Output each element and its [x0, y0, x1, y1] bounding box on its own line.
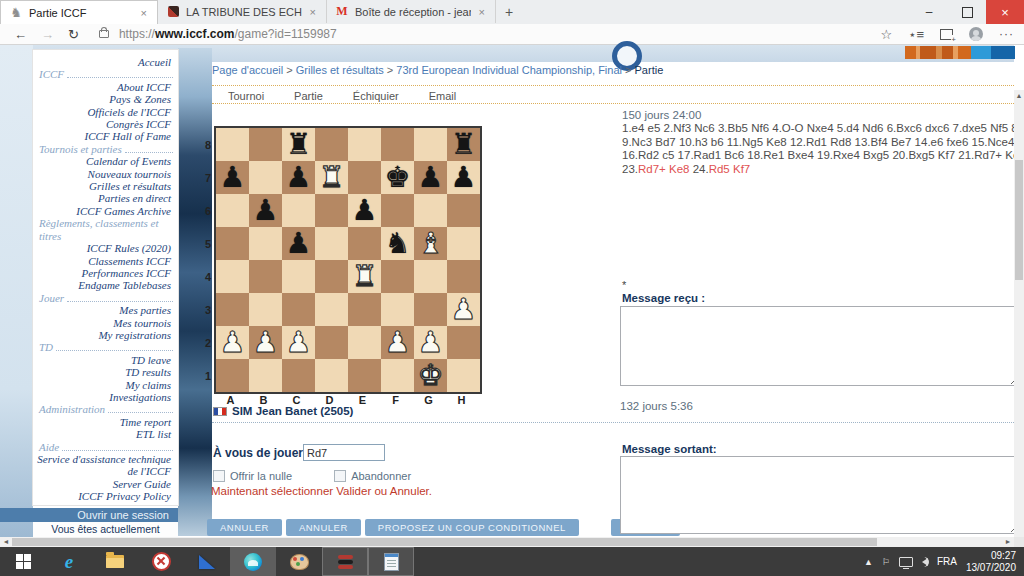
player-info: SIM Jean Banet (2505): [213, 405, 353, 417]
action-button[interactable]: ANNULER: [286, 519, 361, 536]
square-f4[interactable]: [381, 260, 414, 293]
square-e3[interactable]: [348, 293, 381, 326]
sidebar-item[interactable]: ICCF Games Archive: [33, 205, 178, 217]
square-e2[interactable]: [348, 326, 381, 359]
action-button[interactable]: ANNULER: [207, 519, 282, 536]
tray-expand-icon[interactable]: ▲: [864, 557, 873, 567]
tribune-favicon: [166, 5, 180, 19]
tray-date: 13/07/2020: [966, 562, 1016, 573]
tab-tribune[interactable]: LA TRIBUNE DES ECHECS - Porta ×: [158, 0, 327, 23]
square-f5[interactable]: ♞: [381, 227, 414, 260]
square-h3[interactable]: ♟: [447, 293, 480, 326]
forward-icon[interactable]: →: [41, 27, 54, 42]
game-tab[interactable]: Partie: [294, 90, 323, 102]
sidebar-item[interactable]: TD leave: [33, 354, 178, 366]
sidebar-item[interactable]: Mes parties: [33, 304, 178, 316]
square-d5[interactable]: [315, 227, 348, 260]
sidebar-item[interactable]: Calendar of Events: [33, 155, 178, 167]
sidebar-item[interactable]: Classements ICCF: [33, 255, 178, 267]
minimize-button[interactable]: –: [910, 0, 948, 24]
flag-status-icon[interactable]: ⚐: [882, 557, 890, 567]
move-list: 1.e4 e5 2.Nf3 Nc6 3.Bb5 Nf6 4.O-O Nxe4 5…: [622, 122, 1014, 178]
square-f6[interactable]: [381, 194, 414, 227]
square-g3[interactable]: [414, 293, 447, 326]
square-e4[interactable]: ♜: [348, 260, 381, 293]
square-g1[interactable]: ♚: [414, 359, 447, 392]
square-e1[interactable]: [348, 359, 381, 392]
square-c6[interactable]: [282, 194, 315, 227]
star-note: *: [622, 279, 626, 291]
black-pawn[interactable]: ♟: [253, 194, 279, 227]
black-pawn[interactable]: ♟: [286, 161, 312, 194]
square-h4[interactable]: [447, 260, 480, 293]
rank-label: 5: [199, 227, 211, 260]
player-clock: 132 jours 5:36: [620, 400, 693, 412]
square-d1[interactable]: [315, 359, 348, 392]
sidebar-item[interactable]: My registrations: [33, 329, 178, 341]
rank-label: 6: [199, 194, 211, 227]
square-f2[interactable]: ♟: [381, 326, 414, 359]
lock-icon: [99, 30, 109, 38]
square-b2[interactable]: ♟: [249, 326, 282, 359]
file-explorer-icon[interactable]: [92, 547, 138, 576]
white-bishop[interactable]: ♝: [418, 227, 444, 260]
player-name: SIM Jean Banet (2505): [232, 405, 353, 417]
square-e5[interactable]: [348, 227, 381, 260]
message-outgoing-label: Message sortant:: [622, 443, 717, 455]
offer-draw-checkbox[interactable]: Offrir la nulle: [213, 470, 292, 482]
internet-explorer-icon[interactable]: e: [46, 547, 92, 576]
chess-knight-favicon: ♞: [9, 6, 23, 20]
vertical-scroll-thumb[interactable]: [1015, 160, 1023, 280]
tab-close-icon[interactable]: ×: [477, 6, 487, 18]
black-pawn[interactable]: ♟: [451, 161, 477, 194]
scrollbar-corner: [1014, 537, 1024, 547]
square-d3[interactable]: [315, 293, 348, 326]
rank-label: 8: [199, 128, 211, 161]
taskbar-clock[interactable]: 09:27 13/07/2020: [966, 550, 1016, 574]
sidebar-item[interactable]: Time report: [33, 416, 178, 428]
window-controls: – ×: [910, 0, 1024, 24]
tab-close-icon[interactable]: ×: [139, 7, 149, 19]
sidebar-item[interactable]: ICCF Hall of Fame: [33, 130, 178, 142]
square-c2[interactable]: ♟: [282, 326, 315, 359]
favorites-list-icon[interactable]: ⋆≡: [908, 27, 924, 42]
tab-title: LA TRIBUNE DES ECHECS - Porta: [186, 6, 302, 18]
square-b5[interactable]: [249, 227, 282, 260]
sidebar-nav: Accueil ICCF About ICCF Pays & Zones Off…: [33, 50, 178, 505]
network-icon[interactable]: [899, 557, 913, 567]
scroll-up-icon[interactable]: ▲: [1014, 90, 1024, 102]
square-a7[interactable]: ♟: [216, 161, 249, 194]
navbar-right-icons: ☆ ⋆≡ ···: [881, 24, 1014, 44]
horizontal-scroll-thumb[interactable]: [12, 538, 877, 546]
windows-logo-icon: [16, 554, 31, 569]
open-session-bar[interactable]: Ouvrir une session: [0, 508, 178, 522]
chess-board: ♜♜♟♟♜♚♟♟♟♟♟♞♝♜♟♟♟♟♟♟♚: [214, 126, 482, 394]
separator-dotted-top: [212, 85, 1014, 86]
square-a1[interactable]: [216, 359, 249, 392]
sidebar-item[interactable]: Congrès ICCF: [33, 118, 178, 130]
sidebar-item[interactable]: Performances ICCF: [33, 267, 178, 279]
sidebar-item[interactable]: Jouer: [33, 292, 178, 304]
rank-label: 7: [199, 161, 211, 194]
sidebar-item[interactable]: Service d'assistance technique de l'ICCF: [33, 453, 178, 478]
message-received-label: Message reçu :: [622, 292, 705, 304]
favorite-star-icon[interactable]: ☆: [881, 27, 893, 42]
square-g4[interactable]: [414, 260, 447, 293]
your-move-label: À vous de jouer:: [213, 446, 307, 460]
white-pawn[interactable]: ♟: [220, 326, 246, 359]
square-b1[interactable]: [249, 359, 282, 392]
square-e7[interactable]: [348, 161, 381, 194]
refresh-icon[interactable]: ↻: [68, 27, 79, 42]
resign-checkbox[interactable]: Abandonner: [334, 470, 411, 482]
france-flag-icon: [213, 407, 227, 416]
square-d6[interactable]: [315, 194, 348, 227]
square-b4[interactable]: [249, 260, 282, 293]
tray-time: 09:27: [991, 550, 1016, 561]
square-g8[interactable]: [414, 128, 447, 161]
sidebar-item[interactable]: ICCF Rules (2020): [33, 242, 178, 254]
black-pawn[interactable]: ♟: [220, 161, 246, 194]
square-c3[interactable]: [282, 293, 315, 326]
new-tab-button[interactable]: +: [496, 0, 522, 24]
black-knight[interactable]: ♞: [385, 227, 411, 260]
square-c4[interactable]: [282, 260, 315, 293]
sidebar-item[interactable]: Server Guide: [33, 478, 178, 490]
black-pawn[interactable]: ♟: [418, 161, 444, 194]
game-tab[interactable]: Tournoi: [228, 90, 264, 102]
square-f8[interactable]: [381, 128, 414, 161]
square-h5[interactable]: [447, 227, 480, 260]
game-tab[interactable]: Email: [429, 90, 457, 102]
square-c1[interactable]: [282, 359, 315, 392]
square-f1[interactable]: [381, 359, 414, 392]
browser-tab-bar: ♞ Partie ICCF × LA TRIBUNE DES ECHECS - …: [0, 0, 1024, 25]
sidebar-item[interactable]: Tournois et parties: [33, 143, 178, 155]
sidebar-item[interactable]: Parties en direct: [33, 192, 178, 204]
banner-image-fragment: [905, 46, 1015, 59]
sidebar-item[interactable]: Pays & Zones: [33, 93, 178, 105]
menu-dots-icon[interactable]: ···: [999, 27, 1014, 41]
rank-labels: 87654321: [199, 128, 211, 392]
checkbox-icon[interactable]: [213, 470, 225, 482]
file-label: G: [412, 394, 445, 406]
url-field[interactable]: https://www.iccf.com/game?id=1159987: [119, 27, 337, 41]
breadcrumb-link-results[interactable]: Grilles et résultats: [296, 64, 384, 76]
square-c5[interactable]: ♟: [282, 227, 315, 260]
move-segment: 24.: [693, 163, 709, 175]
square-h6[interactable]: [447, 194, 480, 227]
square-d7[interactable]: ♜: [315, 161, 348, 194]
sidebar-item[interactable]: TD results: [33, 366, 178, 378]
sidebar-item[interactable]: About ICCF: [33, 81, 178, 93]
scroll-left-icon[interactable]: ◄: [0, 537, 12, 547]
back-icon[interactable]: ←: [14, 27, 27, 42]
rank-label: 4: [199, 260, 211, 293]
move-line: 16.Rd2 c5 17.Rad1 Bc6 18.Re1 Bxe4 19.Rxe…: [622, 149, 1014, 163]
white-rook[interactable]: ♜: [352, 260, 378, 293]
snipping-tool-icon[interactable]: [138, 547, 184, 576]
move-line: 9.Nc3 Bd7 10.h3 b6 11.Ng5 Ke8 12.Rd1 Rd8…: [622, 136, 1014, 150]
square-d2[interactable]: [315, 326, 348, 359]
move-line: 1.e4 e5 2.Nf3 Nc6 3.Bb5 Nf6 4.O-O Nxe4 5…: [622, 122, 1014, 136]
start-button[interactable]: [0, 547, 46, 576]
sidebar-item[interactable]: Administration: [33, 403, 178, 415]
scanner-app-icon[interactable]: [184, 547, 230, 576]
notepad-icon[interactable]: [368, 547, 414, 576]
move-line-latest: 23.Rd7+ Ke8 24.Rd5 Kf7: [622, 163, 1014, 177]
profile-avatar[interactable]: [969, 27, 983, 41]
connected-status: Vous êtes actuellement connecté: [33, 522, 178, 537]
gmail-favicon: M: [335, 5, 349, 19]
action-button[interactable]: PROPOSEZ UN COUP CONDITIONNEL: [365, 519, 579, 536]
file-label: F: [379, 394, 412, 406]
square-h1[interactable]: [447, 359, 480, 392]
sidebar-item[interactable]: ICCF Privacy Policy: [33, 490, 178, 502]
square-a3[interactable]: [216, 293, 249, 326]
paint-icon[interactable]: [276, 547, 322, 576]
move-input[interactable]: [303, 444, 385, 461]
rank-label: 2: [199, 326, 211, 359]
square-c7[interactable]: ♟: [282, 161, 315, 194]
sidebar-item[interactable]: Mes tournois: [33, 317, 178, 329]
white-pawn[interactable]: ♟: [451, 293, 477, 326]
sidebar-item[interactable]: Règlements, classements et titres: [33, 217, 178, 242]
square-a2[interactable]: ♟: [216, 326, 249, 359]
black-rook[interactable]: ♜: [286, 128, 312, 161]
close-button[interactable]: ×: [986, 0, 1024, 24]
square-g6[interactable]: [414, 194, 447, 227]
sidebar-item[interactable]: Nouveaux tournois: [33, 168, 178, 180]
message-outgoing-textarea[interactable]: [620, 456, 1020, 534]
square-d4[interactable]: [315, 260, 348, 293]
separator-dotted-middle: [212, 422, 1014, 423]
breadcrumb: Page d'accueil > Grilles et résultats > …: [212, 64, 663, 76]
database-app-icon[interactable]: [322, 547, 368, 576]
horizontal-scrollbar[interactable]: ◄ ►: [0, 537, 1014, 547]
collections-icon[interactable]: [940, 29, 953, 40]
white-pawn[interactable]: ♟: [286, 326, 312, 359]
sidebar-item[interactable]: ETL list: [33, 428, 178, 440]
breadcrumb-current: Partie: [635, 64, 664, 76]
browser-navbar: ← → ↻ https://www.iccf.com/game?id=11599…: [0, 24, 1024, 45]
black-pawn[interactable]: ♟: [352, 194, 378, 227]
page-left-background: [0, 45, 33, 537]
rank-label: 1: [199, 359, 211, 392]
sidebar-item[interactable]: ICCF: [33, 68, 178, 80]
square-b7[interactable]: [249, 161, 282, 194]
move-segment: Rd7+ Ke8: [638, 163, 693, 175]
black-king[interactable]: ♚: [385, 161, 411, 194]
square-d8[interactable]: [315, 128, 348, 161]
black-rook[interactable]: ♜: [451, 128, 477, 161]
black-pawn[interactable]: ♟: [286, 227, 312, 260]
square-b3[interactable]: [249, 293, 282, 326]
sidebar-item[interactable]: Investigations: [33, 391, 178, 403]
scroll-right-icon[interactable]: ►: [1002, 537, 1014, 547]
white-pawn[interactable]: ♟: [253, 326, 279, 359]
breadcrumb-link-championship[interactable]: 73rd European Individual Championship, F…: [396, 64, 622, 76]
maximize-button[interactable]: [948, 0, 986, 24]
checkbox-icon[interactable]: [334, 470, 346, 482]
message-received-textarea[interactable]: [620, 306, 1020, 386]
edge-browser-icon[interactable]: [230, 547, 276, 576]
white-king[interactable]: ♚: [418, 359, 444, 392]
sidebar-item[interactable]: Endgame Tablebases: [33, 279, 178, 291]
square-a4[interactable]: [216, 260, 249, 293]
tab-close-icon[interactable]: ×: [308, 6, 318, 18]
speaker-icon[interactable]: [922, 558, 928, 566]
sidebar-item[interactable]: Officiels de l'ICCF: [33, 106, 178, 118]
white-rook[interactable]: ♜: [319, 161, 345, 194]
sidebar-item[interactable]: Aide: [33, 441, 178, 453]
separator-dotted-bottom: [212, 103, 1014, 104]
sidebar-item[interactable]: TD: [33, 341, 178, 353]
tab-title: Partie ICCF: [29, 7, 133, 19]
language-indicator[interactable]: FRA: [937, 556, 957, 567]
game-tab[interactable]: Échiquier: [353, 90, 399, 102]
square-b6[interactable]: ♟: [249, 194, 282, 227]
square-c8[interactable]: ♜: [282, 128, 315, 161]
square-g7[interactable]: ♟: [414, 161, 447, 194]
system-tray: ▲ ⚐ FRA 09:27 13/07/2020: [864, 547, 1020, 576]
options-row: Offrir la nulle Abandonner: [213, 470, 411, 482]
sidebar-item[interactable]: Grilles et résultats: [33, 180, 178, 192]
opponent-clock: 150 jours 24:00: [622, 109, 701, 121]
action-buttons: ANNULERANNULERPROPOSEZ UN COUP CONDITION…: [207, 519, 680, 536]
move-segment: Rd5 Kf7: [709, 163, 751, 175]
white-pawn[interactable]: ♟: [418, 326, 444, 359]
file-label: H: [445, 394, 478, 406]
tab-partie-iccf[interactable]: ♞ Partie ICCF ×: [0, 0, 158, 24]
square-g2[interactable]: ♟: [414, 326, 447, 359]
square-h7[interactable]: ♟: [447, 161, 480, 194]
white-pawn[interactable]: ♟: [385, 326, 411, 359]
screen: ♞ Partie ICCF × LA TRIBUNE DES ECHECS - …: [0, 0, 1024, 576]
square-h8[interactable]: ♜: [447, 128, 480, 161]
vertical-scrollbar[interactable]: ▲ ▼: [1014, 90, 1024, 576]
breadcrumb-link-home[interactable]: Page d'accueil: [212, 64, 283, 76]
validation-instruction: Maintenant sélectionner Valider ou Annul…: [211, 485, 432, 497]
sidebar-item[interactable]: Accueil: [33, 56, 178, 68]
tab-title: Boîte de réception - jeanbanet@: [355, 6, 471, 18]
move-segment: 23.: [622, 163, 638, 175]
board-wrap: ♜♜♟♟♜♚♟♟♟♟♟♞♝♜♟♟♟♟♟♟♚: [214, 126, 482, 394]
square-a8[interactable]: [216, 128, 249, 161]
square-a5[interactable]: [216, 227, 249, 260]
square-b8[interactable]: [249, 128, 282, 161]
iccf-page: Accueil ICCF About ICCF Pays & Zones Off…: [0, 45, 1024, 537]
square-f3[interactable]: [381, 293, 414, 326]
square-e8[interactable]: [348, 128, 381, 161]
square-e6[interactable]: ♟: [348, 194, 381, 227]
sidebar-item[interactable]: My claims: [33, 379, 178, 391]
square-a6[interactable]: [216, 194, 249, 227]
tab-gmail[interactable]: M Boîte de réception - jeanbanet@ ×: [327, 0, 496, 23]
square-h2[interactable]: [447, 326, 480, 359]
game-nav-tabs: TournoiPartieÉchiquierEmail: [228, 90, 456, 102]
square-g5[interactable]: ♝: [414, 227, 447, 260]
rank-label: 3: [199, 293, 211, 326]
square-f7[interactable]: ♚: [381, 161, 414, 194]
